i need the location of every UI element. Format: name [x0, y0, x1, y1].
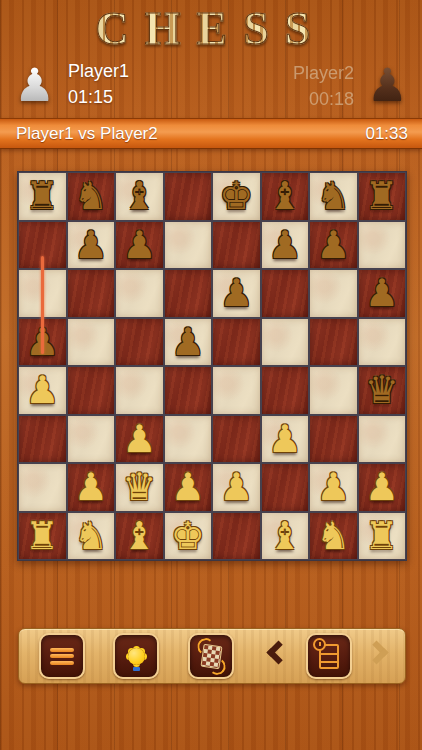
- notation-sheet-icon: [319, 644, 339, 669]
- square-f6[interactable]: [261, 269, 310, 318]
- piece-white-pawn: ♟: [19, 367, 66, 414]
- square-g6[interactable]: [309, 269, 358, 318]
- square-b5[interactable]: [67, 318, 116, 367]
- piece-white-rook: ♜: [359, 513, 406, 560]
- piece-white-pawn: ♟: [310, 464, 357, 511]
- square-d7[interactable]: [164, 221, 213, 270]
- move-list-button[interactable]: [306, 633, 352, 679]
- chevron-left-icon[interactable]: [266, 640, 290, 664]
- toolbar: [18, 628, 406, 684]
- piece-black-pawn: ♟: [213, 270, 260, 317]
- square-d8[interactable]: [164, 172, 213, 221]
- piece-black-knight: ♞: [310, 173, 357, 220]
- square-b2[interactable]: ♟: [67, 463, 116, 512]
- square-f1[interactable]: ♝: [261, 512, 310, 561]
- piece-black-pawn: ♟: [359, 270, 406, 317]
- square-d1[interactable]: ♚: [164, 512, 213, 561]
- piece-white-bishop: ♝: [262, 513, 309, 560]
- square-a3[interactable]: [18, 415, 67, 464]
- chess-board[interactable]: ♜♞♝♚♝♞♜♟♟♟♟♟♟♟♟♟♛♟♟♟♛♟♟♟♟♜♞♝♚♝♞♜: [18, 172, 406, 560]
- menu-button[interactable]: [39, 633, 85, 679]
- square-d2[interactable]: ♟: [164, 463, 213, 512]
- square-a1[interactable]: ♜: [18, 512, 67, 561]
- piece-white-pawn: ♟: [359, 464, 406, 511]
- square-c1[interactable]: ♝: [115, 512, 164, 561]
- piece-black-rook: ♜: [19, 173, 66, 220]
- square-b3[interactable]: [67, 415, 116, 464]
- lightbulb-icon: [128, 648, 145, 665]
- piece-white-pawn: ♟: [213, 464, 260, 511]
- square-g4[interactable]: [309, 366, 358, 415]
- game-clock: 01:33: [365, 119, 408, 148]
- hamburger-icon: [50, 648, 74, 665]
- piece-white-pawn: ♟: [68, 464, 115, 511]
- square-a2[interactable]: [18, 463, 67, 512]
- piece-black-pawn: ♟: [68, 222, 115, 269]
- piece-black-rook: ♜: [359, 173, 406, 220]
- square-g2[interactable]: ♟: [309, 463, 358, 512]
- square-e8[interactable]: ♚: [212, 172, 261, 221]
- square-c3[interactable]: ♟: [115, 415, 164, 464]
- square-f2[interactable]: [261, 463, 310, 512]
- piece-black-queen: ♛: [359, 367, 406, 414]
- square-b1[interactable]: ♞: [67, 512, 116, 561]
- black-player-clock: 00:18: [309, 89, 354, 110]
- square-h5[interactable]: [358, 318, 407, 367]
- board-frame: ♜♞♝♚♝♞♜♟♟♟♟♟♟♟♟♟♛♟♟♟♛♟♟♟♟♜♞♝♚♝♞♜: [17, 171, 407, 561]
- square-c6[interactable]: [115, 269, 164, 318]
- square-h2[interactable]: ♟: [358, 463, 407, 512]
- square-e3[interactable]: [212, 415, 261, 464]
- piece-black-king: ♚: [213, 173, 260, 220]
- piece-black-pawn: ♟: [165, 319, 212, 366]
- square-c7[interactable]: ♟: [115, 221, 164, 270]
- piece-white-queen: ♛: [116, 464, 163, 511]
- square-g8[interactable]: ♞: [309, 172, 358, 221]
- square-h1[interactable]: ♜: [358, 512, 407, 561]
- flip-board-button[interactable]: [188, 633, 234, 679]
- piece-black-pawn: ♟: [116, 222, 163, 269]
- square-b6[interactable]: [67, 269, 116, 318]
- square-c8[interactable]: ♝: [115, 172, 164, 221]
- piece-black-bishop: ♝: [116, 173, 163, 220]
- square-f5[interactable]: [261, 318, 310, 367]
- piece-black-pawn: ♟: [262, 222, 309, 269]
- square-e2[interactable]: ♟: [212, 463, 261, 512]
- square-e4[interactable]: [212, 366, 261, 415]
- square-a8[interactable]: ♜: [18, 172, 67, 221]
- square-e1[interactable]: [212, 512, 261, 561]
- square-c2[interactable]: ♛: [115, 463, 164, 512]
- square-d3[interactable]: [164, 415, 213, 464]
- piece-white-pawn: ♟: [262, 416, 309, 463]
- square-b7[interactable]: ♟: [67, 221, 116, 270]
- square-g7[interactable]: ♟: [309, 221, 358, 270]
- square-e6[interactable]: ♟: [212, 269, 261, 318]
- square-f4[interactable]: [261, 366, 310, 415]
- square-h6[interactable]: ♟: [358, 269, 407, 318]
- square-c4[interactable]: [115, 366, 164, 415]
- black-pawn-icon: ♟: [367, 56, 408, 114]
- black-player-name: Player2: [293, 63, 354, 84]
- square-d5[interactable]: ♟: [164, 318, 213, 367]
- piece-white-king: ♚: [165, 513, 212, 560]
- white-pawn-icon: ♟: [14, 56, 55, 114]
- square-b8[interactable]: ♞: [67, 172, 116, 221]
- square-g5[interactable]: [309, 318, 358, 367]
- piece-black-bishop: ♝: [262, 173, 309, 220]
- piece-white-knight: ♞: [310, 513, 357, 560]
- square-c5[interactable]: [115, 318, 164, 367]
- square-h4[interactable]: ♛: [358, 366, 407, 415]
- square-h7[interactable]: [358, 221, 407, 270]
- match-label: Player1 vs Player2: [16, 119, 158, 148]
- square-d4[interactable]: [164, 366, 213, 415]
- square-b4[interactable]: [67, 366, 116, 415]
- piece-white-rook: ♜: [19, 513, 66, 560]
- hint-button[interactable]: [113, 633, 159, 679]
- square-g1[interactable]: ♞: [309, 512, 358, 561]
- white-player-clock: 01:15: [68, 87, 113, 108]
- square-e5[interactable]: [212, 318, 261, 367]
- square-f7[interactable]: ♟: [261, 221, 310, 270]
- match-banner: Player1 vs Player2 01:33: [0, 118, 422, 149]
- square-e7[interactable]: [212, 221, 261, 270]
- chevron-right-icon[interactable]: [364, 640, 388, 664]
- square-h3[interactable]: [358, 415, 407, 464]
- square-f3[interactable]: ♟: [261, 415, 310, 464]
- last-move-indicator: [41, 256, 44, 354]
- piece-white-knight: ♞: [68, 513, 115, 560]
- square-a4[interactable]: ♟: [18, 366, 67, 415]
- app-title: CHESS: [0, 2, 422, 55]
- square-f8[interactable]: ♝: [261, 172, 310, 221]
- white-player-name: Player1: [68, 61, 129, 82]
- rotate-board-icon: [200, 643, 222, 668]
- square-d6[interactable]: [164, 269, 213, 318]
- piece-white-pawn: ♟: [116, 416, 163, 463]
- player-row: ♟ Player1 01:15 Player2 00:18 ♟: [0, 56, 422, 116]
- piece-white-pawn: ♟: [165, 464, 212, 511]
- piece-black-pawn: ♟: [310, 222, 357, 269]
- square-g3[interactable]: [309, 415, 358, 464]
- piece-white-bishop: ♝: [116, 513, 163, 560]
- app-screen: CHESS ♟ Player1 01:15 Player2 00:18 ♟ Pl…: [0, 0, 422, 750]
- piece-black-knight: ♞: [68, 173, 115, 220]
- square-h8[interactable]: ♜: [358, 172, 407, 221]
